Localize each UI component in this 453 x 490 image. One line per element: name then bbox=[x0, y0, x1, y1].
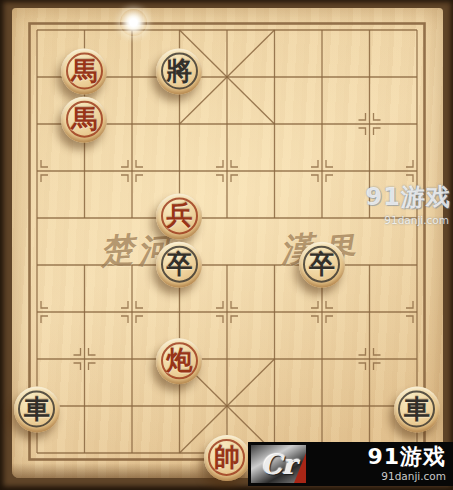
piece-character: 帥 bbox=[214, 443, 240, 469]
piece-character: 將 bbox=[166, 57, 192, 83]
piece-ring bbox=[161, 53, 198, 90]
piece-ring bbox=[208, 439, 245, 476]
piece-character: 馬 bbox=[71, 57, 97, 83]
piece-red-horse-b[interactable]: 馬 bbox=[61, 96, 107, 142]
piece-ring bbox=[161, 246, 198, 283]
piece-black-general[interactable]: 將 bbox=[156, 48, 202, 94]
xiangqi-app-screen: 楚河漢界 馬馬將兵卒卒炮車車帥 91游戏 91danji.com Cr 91游戏… bbox=[0, 0, 453, 490]
crazy-logo-text: Cr bbox=[261, 449, 297, 480]
watermark-bottom-text: 91游戏 91danji.com bbox=[306, 446, 446, 482]
watermark-bottom-logo: 91游戏 bbox=[306, 446, 446, 468]
piece-character: 卒 bbox=[166, 250, 192, 276]
piece-black-chariot-b[interactable]: 車 bbox=[394, 386, 440, 432]
piece-red-horse-a[interactable]: 馬 bbox=[61, 48, 107, 94]
piece-character: 卒 bbox=[309, 250, 335, 276]
piece-ring bbox=[66, 101, 103, 138]
piece-character: 炮 bbox=[166, 347, 192, 373]
piece-ring bbox=[398, 391, 435, 428]
piece-ring bbox=[66, 53, 103, 90]
piece-character: 車 bbox=[24, 395, 50, 421]
piece-red-general[interactable]: 帥 bbox=[204, 434, 250, 480]
piece-character: 車 bbox=[404, 395, 430, 421]
watermark-bar-bottom: Cr 91游戏 91danji.com bbox=[248, 442, 453, 486]
piece-red-soldier[interactable]: 兵 bbox=[156, 193, 202, 239]
piece-character: 兵 bbox=[166, 202, 192, 228]
piece-black-chariot-a[interactable]: 車 bbox=[14, 386, 60, 432]
piece-layer: 馬馬將兵卒卒炮車車帥 bbox=[13, 6, 441, 476]
crazy-logo: Cr bbox=[251, 445, 306, 483]
piece-ring bbox=[18, 391, 55, 428]
piece-black-soldier-b[interactable]: 卒 bbox=[299, 241, 345, 287]
piece-ring bbox=[303, 246, 340, 283]
piece-character: 馬 bbox=[71, 105, 97, 131]
watermark-bottom-site: 91danji.com bbox=[306, 471, 446, 482]
piece-black-soldier-a[interactable]: 卒 bbox=[156, 241, 202, 287]
piece-ring bbox=[161, 342, 198, 379]
piece-ring bbox=[161, 197, 198, 234]
piece-red-cannon[interactable]: 炮 bbox=[156, 338, 202, 384]
